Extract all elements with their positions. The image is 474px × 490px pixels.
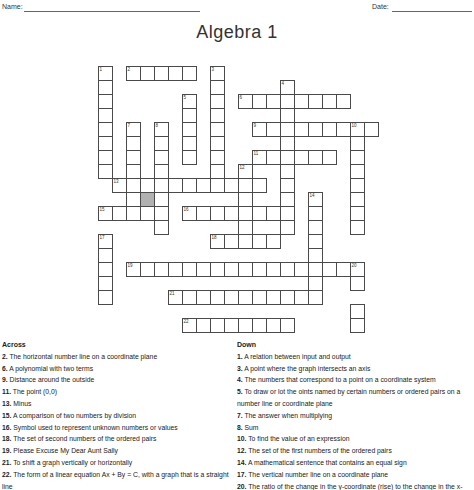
across-clues: Across 2. The horizontal number line on … <box>2 339 235 490</box>
grid-cell-r12c8[interactable]: 18 <box>210 234 225 249</box>
grid-cell-r6c13[interactable] <box>280 150 295 165</box>
grid-cell-r18c12[interactable] <box>266 318 281 333</box>
grid-cell-r18c8[interactable] <box>210 318 225 333</box>
grid-cell-r16c15[interactable] <box>308 290 323 305</box>
grid-cell-r15c18[interactable] <box>350 276 365 291</box>
grid-cell-r10c4[interactable] <box>154 206 169 221</box>
grid-cell-r2c6[interactable]: 5 <box>182 94 197 109</box>
grid-cell-r13c15[interactable] <box>308 248 323 263</box>
grid-cell-r6c18[interactable] <box>350 150 365 165</box>
cell-number: 6 <box>240 95 243 101</box>
grid-cell-r6c15[interactable] <box>308 150 323 165</box>
grid-cell-r4c8[interactable] <box>210 122 225 137</box>
name-fill-line[interactable] <box>24 11 200 12</box>
grid-cell-r2c17[interactable] <box>336 94 351 109</box>
grid-cell-r3c0[interactable] <box>98 108 113 123</box>
cell-number: 21 <box>170 291 175 297</box>
grid-cell-r14c5[interactable] <box>168 262 183 277</box>
grid-cell-r9c3[interactable] <box>140 192 155 207</box>
clue-item-8: 8. Sum <box>237 422 473 434</box>
cell-number: 13 <box>114 179 119 185</box>
grid-cell-r10c0[interactable]: 15 <box>98 206 113 221</box>
crossword-grid[interactable]: 12345678910111213141516171819202122 <box>98 66 379 333</box>
clue-item-18: 18. The set of second numbers of the ord… <box>2 433 235 445</box>
grid-cell-r8c7[interactable] <box>196 178 211 193</box>
grid-cell-r10c3[interactable] <box>140 206 155 221</box>
down-clue-list: 1. A relation between input and output3.… <box>237 351 473 490</box>
grid-cell-r16c11[interactable] <box>252 290 267 305</box>
grid-cell-r14c3[interactable] <box>140 262 155 277</box>
grid-cell-r14c14[interactable] <box>294 262 309 277</box>
clue-item-3: 3. A point where the graph intersects an… <box>237 363 473 375</box>
grid-cell-r14c6[interactable] <box>182 262 197 277</box>
cell-number: 12 <box>240 165 245 171</box>
clue-item-13: 13. Minus <box>2 398 235 410</box>
clue-item-19: 19. Please Excuse My Dear Aunt Sally <box>2 445 235 457</box>
grid-cell-r4c11[interactable]: 9 <box>252 122 267 137</box>
grid-cell-r12c15[interactable] <box>308 234 323 249</box>
grid-cell-r4c4[interactable]: 8 <box>154 122 169 137</box>
grid-cell-r4c13[interactable] <box>280 122 295 137</box>
grid-cell-r11c13[interactable] <box>280 220 295 235</box>
grid-cell-r16c10[interactable] <box>238 290 253 305</box>
date-fill-line[interactable] <box>392 11 472 12</box>
grid-cell-r8c6[interactable] <box>182 178 197 193</box>
grid-cell-r10c1[interactable] <box>112 206 127 221</box>
grid-cell-r0c2[interactable]: 2 <box>126 66 141 81</box>
grid-cell-r16c7[interactable] <box>196 290 211 305</box>
grid-cell-r8c13[interactable] <box>280 178 295 193</box>
grid-cell-r1c0[interactable] <box>98 80 113 95</box>
clue-item-6: 6. A polynomial with two terms <box>2 363 235 375</box>
grid-cell-r18c11[interactable] <box>252 318 267 333</box>
grid-cell-r10c10[interactable] <box>238 206 253 221</box>
grid-cell-r6c12[interactable] <box>266 150 281 165</box>
grid-cell-r16c9[interactable] <box>224 290 239 305</box>
grid-cell-r5c2[interactable] <box>126 136 141 151</box>
grid-cell-r16c8[interactable] <box>210 290 225 305</box>
grid-cell-r0c3[interactable] <box>140 66 155 81</box>
grid-cell-r8c18[interactable] <box>350 178 365 193</box>
grid-cell-r0c8[interactable]: 3 <box>210 66 225 81</box>
grid-cell-r15c0[interactable] <box>98 276 113 291</box>
grid-cell-r14c17[interactable] <box>336 262 351 277</box>
grid-cell-r6c4[interactable] <box>154 150 169 165</box>
cell-number: 10 <box>352 123 357 129</box>
grid-cell-r4c6[interactable] <box>182 122 197 137</box>
grid-cell-r10c13[interactable] <box>280 206 295 221</box>
grid-cell-r12c0[interactable]: 17 <box>98 234 113 249</box>
clue-item-21: 21. To shift a graph vertically or horiz… <box>2 457 235 469</box>
clue-item-22: 22. The form of a linear equation Ax + B… <box>2 469 235 490</box>
grid-cell-r14c9[interactable] <box>224 262 239 277</box>
grid-cell-r2c0[interactable] <box>98 94 113 109</box>
grid-cell-r14c15[interactable] <box>308 262 323 277</box>
grid-cell-r14c8[interactable] <box>210 262 225 277</box>
grid-cell-r16c0[interactable] <box>98 290 113 305</box>
grid-cell-r5c8[interactable] <box>210 136 225 151</box>
grid-cell-r12c11[interactable] <box>252 234 267 249</box>
cell-number: 19 <box>128 263 133 269</box>
grid-cell-r14c2[interactable]: 19 <box>126 262 141 277</box>
grid-cell-r16c5[interactable]: 21 <box>168 290 183 305</box>
grid-cell-r6c0[interactable] <box>98 150 113 165</box>
grid-cell-r7c10[interactable]: 12 <box>238 164 253 179</box>
grid-cell-r18c9[interactable] <box>224 318 239 333</box>
grid-cell-r10c12[interactable] <box>266 206 281 221</box>
date-label: Date: <box>372 3 389 10</box>
across-clue-list: 2. The horizontal number line on a coord… <box>2 351 235 490</box>
grid-cell-r11c18[interactable] <box>350 220 365 235</box>
grid-cell-r7c0[interactable] <box>98 164 113 179</box>
grid-cell-r8c10[interactable] <box>238 178 253 193</box>
grid-cell-r4c15[interactable] <box>308 122 323 137</box>
down-clues: Down 1. A relation between input and out… <box>237 339 473 490</box>
grid-cell-r14c10[interactable] <box>238 262 253 277</box>
cell-number: 3 <box>212 67 215 73</box>
cell-number: 17 <box>100 235 105 241</box>
grid-cell-r2c13[interactable] <box>280 94 295 109</box>
clue-item-9: 9. Distance around the outside <box>2 374 235 386</box>
grid-cell-r14c4[interactable] <box>154 262 169 277</box>
grid-cell-r7c13[interactable] <box>280 164 295 179</box>
grid-cell-r16c6[interactable] <box>182 290 197 305</box>
grid-cell-r1c8[interactable] <box>210 80 225 95</box>
grid-cell-r9c10[interactable] <box>238 192 253 207</box>
grid-cell-r11c10[interactable] <box>238 220 253 235</box>
grid-cell-r8c8[interactable] <box>210 178 225 193</box>
cell-number: 20 <box>352 263 357 269</box>
grid-cell-r7c8[interactable] <box>210 164 225 179</box>
grid-cell-r9c2[interactable] <box>126 192 141 207</box>
grid-cell-r0c6[interactable] <box>182 66 197 81</box>
grid-cell-r9c4[interactable] <box>154 192 169 207</box>
grid-cell-r12c12[interactable] <box>266 234 281 249</box>
grid-cell-r5c4[interactable] <box>154 136 169 151</box>
grid-cell-r18c13[interactable] <box>280 318 295 333</box>
clue-item-20: 20. The ratio of the change in the y-coo… <box>237 481 473 490</box>
grid-cell-r18c18[interactable] <box>350 318 365 333</box>
grid-cell-r18c7[interactable] <box>196 318 211 333</box>
grid-cell-r8c5[interactable] <box>168 178 183 193</box>
grid-cell-r2c12[interactable] <box>266 94 281 109</box>
grid-cell-r4c0[interactable] <box>98 122 113 137</box>
across-header: Across <box>2 339 235 351</box>
grid-cell-r16c12[interactable] <box>266 290 281 305</box>
cell-number: 22 <box>184 319 189 325</box>
grid-cell-r10c9[interactable] <box>224 206 239 221</box>
clue-item-4: 4. The numbers that correspond to a poin… <box>237 374 473 386</box>
cell-number: 14 <box>310 193 315 199</box>
clue-item-14: 14. A mathematical sentence that contain… <box>237 457 473 469</box>
grid-cell-r3c8[interactable] <box>210 108 225 123</box>
clue-item-11: 11. The point (0,0) <box>2 386 235 398</box>
grid-cell-r4c19[interactable] <box>364 122 379 137</box>
grid-cell-r2c16[interactable] <box>322 94 337 109</box>
grid-cell-r14c7[interactable] <box>196 262 211 277</box>
grid-cell-r17c18[interactable] <box>350 304 365 319</box>
grid-cell-r8c3[interactable] <box>140 178 155 193</box>
cell-number: 18 <box>212 235 217 241</box>
grid-cell-r10c15[interactable] <box>308 206 323 221</box>
grid-cell-r6c2[interactable] <box>126 150 141 165</box>
clue-item-7: 7. The answer when multiplying <box>237 410 473 422</box>
grid-cell-r12c9[interactable] <box>224 234 239 249</box>
cell-number: 7 <box>128 123 131 129</box>
cell-number: 5 <box>184 95 187 101</box>
grid-cell-r14c13[interactable] <box>280 262 295 277</box>
grid-cell-r11c15[interactable] <box>308 220 323 235</box>
cell-number: 2 <box>128 67 131 73</box>
grid-cell-r9c13[interactable] <box>280 192 295 207</box>
cell-number: 15 <box>100 207 105 213</box>
grid-cell-r15c15[interactable] <box>308 276 323 291</box>
grid-cell-r10c6[interactable]: 16 <box>182 206 197 221</box>
cell-number: 16 <box>184 207 189 213</box>
clue-item-5: 5. To draw or lot the oints named by cer… <box>237 386 473 410</box>
grid-cell-r9c18[interactable] <box>350 192 365 207</box>
grid-cell-r18c6[interactable]: 22 <box>182 318 197 333</box>
grid-cell-r7c18[interactable] <box>350 164 365 179</box>
grid-cell-r10c18[interactable] <box>350 206 365 221</box>
grid-cell-r3c6[interactable] <box>182 108 197 123</box>
page-title: Algebra 1 <box>0 22 474 43</box>
grid-cell-r4c17[interactable] <box>336 122 351 137</box>
grid-cell-r16c14[interactable] <box>294 290 309 305</box>
clue-item-12: 12. The set of the first numbers of the … <box>237 445 473 457</box>
cell-number: 8 <box>156 123 159 129</box>
grid-cell-r10c8[interactable] <box>210 206 225 221</box>
grid-cell-r9c15[interactable]: 14 <box>308 192 323 207</box>
grid-cell-r8c1[interactable]: 13 <box>112 178 127 193</box>
grid-cell-r0c0[interactable]: 1 <box>98 66 113 81</box>
grid-cell-r16c13[interactable] <box>280 290 295 305</box>
grid-cell-r5c6[interactable] <box>182 136 197 151</box>
grid-cell-r2c10[interactable]: 6 <box>238 94 253 109</box>
grid-cell-r3c13[interactable] <box>280 108 295 123</box>
grid-cell-r6c16[interactable] <box>322 150 337 165</box>
grid-cell-r14c18[interactable]: 20 <box>350 262 365 277</box>
grid-cell-r7c4[interactable] <box>154 164 169 179</box>
grid-cell-r14c12[interactable] <box>266 262 281 277</box>
grid-cell-r4c2[interactable]: 7 <box>126 122 141 137</box>
grid-cell-r11c4[interactable] <box>154 220 169 235</box>
grid-cell-r10c11[interactable] <box>252 206 267 221</box>
grid-cell-r1c13[interactable]: 4 <box>280 80 295 95</box>
grid-cell-r10c2[interactable] <box>126 206 141 221</box>
cell-number: 9 <box>254 123 257 129</box>
grid-cell-r6c14[interactable] <box>294 150 309 165</box>
grid-cell-r2c8[interactable] <box>210 94 225 109</box>
grid-cell-r5c0[interactable] <box>98 136 113 151</box>
down-header: Down <box>237 339 473 351</box>
clue-item-2: 2. The horizontal number line on a coord… <box>2 351 235 363</box>
name-label: Name: <box>2 3 23 10</box>
grid-cell-r6c8[interactable] <box>210 150 225 165</box>
grid-cell-r14c16[interactable] <box>322 262 337 277</box>
cell-number: 1 <box>100 67 103 73</box>
grid-cell-r6c11[interactable]: 11 <box>252 150 267 165</box>
grid-cell-r8c4[interactable] <box>154 178 169 193</box>
clue-item-1: 1. A relation between input and output <box>237 351 473 363</box>
clue-item-15: 15. A comparison of two numbers by divis… <box>2 410 235 422</box>
grid-cell-r7c2[interactable] <box>126 164 141 179</box>
grid-cell-r0c5[interactable] <box>168 66 183 81</box>
grid-cell-r12c10[interactable] <box>238 234 253 249</box>
cell-number: 11 <box>254 151 259 157</box>
grid-cell-r6c6[interactable] <box>182 150 197 165</box>
grid-cell-r0c4[interactable] <box>154 66 169 81</box>
clue-item-16: 16. Symbol used to represent unknown num… <box>2 422 235 434</box>
grid-cell-r10c7[interactable] <box>196 206 211 221</box>
grid-cell-r2c14[interactable] <box>294 94 309 109</box>
clue-item-10: 10. To find the value of an expression <box>237 433 473 445</box>
grid-cell-r5c18[interactable] <box>350 136 365 151</box>
cell-number: 4 <box>282 81 285 87</box>
grid-cell-r4c12[interactable] <box>266 122 281 137</box>
grid-cell-r4c14[interactable] <box>294 122 309 137</box>
grid-cell-r8c9[interactable] <box>224 178 239 193</box>
grid-cell-r8c2[interactable] <box>126 178 141 193</box>
clue-item-17: 17. The vertical number line on a coordi… <box>237 469 473 481</box>
grid-cell-r4c16[interactable] <box>322 122 337 137</box>
grid-cell-r5c13[interactable] <box>280 136 295 151</box>
grid-cell-r14c0[interactable] <box>98 262 113 277</box>
grid-cell-r14c11[interactable] <box>252 262 267 277</box>
grid-cell-r8c11[interactable] <box>252 178 267 193</box>
grid-cell-r2c15[interactable] <box>308 94 323 109</box>
grid-cell-r2c11[interactable] <box>252 94 267 109</box>
grid-cell-r4c18[interactable]: 10 <box>350 122 365 137</box>
grid-cell-r18c10[interactable] <box>238 318 253 333</box>
grid-cell-r13c0[interactable] <box>98 248 113 263</box>
